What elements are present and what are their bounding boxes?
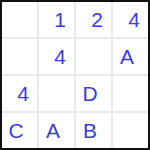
puzzle-board: 1244A4DCAB [0, 0, 150, 150]
cell-r2c3[interactable] [76, 39, 111, 74]
cell-r3c4[interactable] [113, 76, 148, 111]
cell-r4c1[interactable]: C [2, 113, 37, 148]
cell-r1c4[interactable]: 4 [113, 2, 148, 37]
cell-r1c3[interactable]: 2 [76, 2, 111, 37]
cell-r1c2[interactable]: 1 [39, 2, 74, 37]
cell-r3c2[interactable] [39, 76, 74, 111]
cell-r4c3[interactable]: B [76, 113, 111, 148]
cell-r4c2[interactable]: A [39, 113, 74, 148]
cell-r2c4[interactable]: A [113, 39, 148, 74]
cell-r1c1[interactable] [2, 2, 37, 37]
cell-r2c2[interactable]: 4 [39, 39, 74, 74]
cell-r2c1[interactable] [2, 39, 37, 74]
cell-r4c4[interactable] [113, 113, 148, 148]
cell-r3c1[interactable]: 4 [2, 76, 37, 111]
cell-r3c3[interactable]: D [76, 76, 111, 111]
